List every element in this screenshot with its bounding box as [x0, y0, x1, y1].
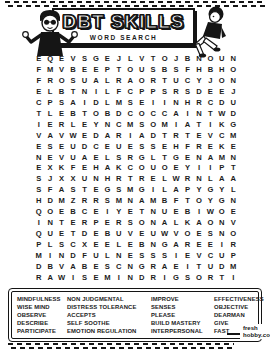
grid-cell[interactable]: R	[113, 130, 124, 141]
grid-cell[interactable]: H	[216, 64, 227, 75]
grid-cell[interactable]: I	[193, 206, 204, 217]
grid-cell[interactable]: S	[44, 141, 55, 152]
grid-cell[interactable]: A	[125, 75, 136, 86]
grid-cell[interactable]: G	[136, 261, 147, 272]
grid-cell[interactable]: L	[102, 152, 113, 163]
grid-cell[interactable]: Y	[90, 119, 101, 130]
grid-cell[interactable]: E	[79, 163, 90, 174]
grid-cell[interactable]: M	[113, 195, 124, 206]
grid-cell[interactable]: C	[67, 239, 78, 250]
grid-cell[interactable]: N	[193, 152, 204, 163]
grid-cell[interactable]: N	[228, 75, 239, 86]
grid-cell[interactable]: E	[136, 97, 147, 108]
grid-cell[interactable]: F	[79, 250, 90, 261]
grid-cell[interactable]: O	[193, 272, 204, 283]
grid-cell[interactable]: E	[56, 206, 67, 217]
grid-cell[interactable]: O	[90, 108, 101, 119]
grid-cell[interactable]: D	[136, 272, 147, 283]
grid-cell[interactable]: E	[44, 152, 55, 163]
grid-cell[interactable]: B	[136, 239, 147, 250]
grid-cell[interactable]: T	[33, 108, 44, 119]
grid-cell[interactable]: P	[136, 86, 147, 97]
grid-cell[interactable]: K	[182, 217, 193, 228]
grid-cell[interactable]: P	[44, 97, 55, 108]
grid-cell[interactable]: R	[193, 141, 204, 152]
grid-cell[interactable]: T	[136, 206, 147, 217]
grid-cell[interactable]: B	[102, 108, 113, 119]
grid-cell[interactable]: E	[216, 86, 227, 97]
grid-cell[interactable]: J	[170, 53, 181, 64]
grid-cell[interactable]: T	[193, 261, 204, 272]
grid-cell[interactable]: R	[136, 173, 147, 184]
grid-cell[interactable]: I	[67, 272, 78, 283]
grid-cell[interactable]: V	[56, 261, 67, 272]
grid-cell[interactable]: G	[216, 195, 227, 206]
grid-cell[interactable]: T	[159, 75, 170, 86]
grid-cell[interactable]: E	[79, 64, 90, 75]
grid-cell[interactable]: E	[56, 228, 67, 239]
grid-cell[interactable]: M	[228, 261, 239, 272]
grid-cell[interactable]: E	[228, 206, 239, 217]
grid-cell[interactable]: E	[102, 239, 113, 250]
grid-cell[interactable]: M	[216, 152, 227, 163]
grid-cell[interactable]: B	[79, 261, 90, 272]
grid-cell[interactable]: S	[136, 250, 147, 261]
grid-cell[interactable]: M	[228, 130, 239, 141]
grid-cell[interactable]: I	[228, 272, 239, 283]
grid-cell[interactable]: V	[56, 130, 67, 141]
grid-cell[interactable]: C	[90, 141, 101, 152]
grid-cell[interactable]: S	[136, 119, 147, 130]
grid-cell[interactable]: P	[33, 239, 44, 250]
grid-cell[interactable]: M	[44, 64, 55, 75]
grid-cell[interactable]: Y	[193, 184, 204, 195]
grid-cell[interactable]: C	[216, 130, 227, 141]
grid-cell[interactable]: U	[216, 250, 227, 261]
grid-cell[interactable]: E	[33, 86, 44, 97]
grid-cell[interactable]: S	[125, 97, 136, 108]
grid-cell[interactable]: I	[205, 119, 216, 130]
grid-cell[interactable]: E	[182, 152, 193, 163]
grid-cell[interactable]: Y	[182, 163, 193, 174]
grid-cell[interactable]: S	[113, 184, 124, 195]
grid-cell[interactable]: R	[113, 173, 124, 184]
grid-cell[interactable]: J	[113, 53, 124, 64]
grid-cell[interactable]: K	[56, 163, 67, 174]
grid-cell[interactable]: C	[205, 97, 216, 108]
grid-cell[interactable]: C	[113, 119, 124, 130]
grid-cell[interactable]: L	[113, 239, 124, 250]
grid-cell[interactable]: N	[170, 97, 181, 108]
grid-cell[interactable]: G	[170, 272, 181, 283]
grid-cell[interactable]: F	[113, 86, 124, 97]
grid-cell[interactable]: S	[159, 250, 170, 261]
grid-cell[interactable]: A	[159, 261, 170, 272]
grid-cell[interactable]: R	[125, 152, 136, 163]
grid-cell[interactable]: T	[79, 184, 90, 195]
grid-cell[interactable]: E	[33, 163, 44, 174]
grid-cell[interactable]: U	[79, 173, 90, 184]
grid-cell[interactable]: K	[216, 141, 227, 152]
grid-cell[interactable]: D	[44, 195, 55, 206]
grid-cell[interactable]: H	[170, 141, 181, 152]
grid-cell[interactable]: O	[136, 108, 147, 119]
grid-cell[interactable]: H	[193, 64, 204, 75]
grid-cell[interactable]: E	[33, 141, 44, 152]
grid-cell[interactable]: N	[125, 272, 136, 283]
grid-cell[interactable]: S	[147, 141, 158, 152]
grid-cell[interactable]: A	[170, 184, 181, 195]
grid-cell[interactable]: I	[159, 97, 170, 108]
grid-cell[interactable]: A	[170, 108, 181, 119]
grid-cell[interactable]: X	[79, 239, 90, 250]
grid-cell[interactable]: R	[44, 75, 55, 86]
grid-cell[interactable]: L	[170, 217, 181, 228]
grid-cell[interactable]: R	[193, 97, 204, 108]
grid-cell[interactable]: O	[205, 217, 216, 228]
grid-cell[interactable]: U	[90, 250, 101, 261]
grid-cell[interactable]: S	[159, 86, 170, 97]
grid-cell[interactable]: G	[136, 184, 147, 195]
grid-cell[interactable]: S	[125, 217, 136, 228]
grid-cell[interactable]: O	[136, 163, 147, 174]
grid-cell[interactable]: T	[228, 163, 239, 174]
grid-cell[interactable]: L	[44, 86, 55, 97]
grid-cell[interactable]: V	[205, 130, 216, 141]
grid-cell[interactable]: D	[216, 97, 227, 108]
grid-cell[interactable]: B	[67, 206, 78, 217]
grid-cell[interactable]: X	[56, 173, 67, 184]
grid-cell[interactable]: C	[113, 261, 124, 272]
grid-cell[interactable]: L	[205, 173, 216, 184]
grid-cell[interactable]: L	[102, 250, 113, 261]
grid-cell[interactable]: S	[33, 173, 44, 184]
grid-cell[interactable]: E	[136, 228, 147, 239]
grid-cell[interactable]: P	[228, 250, 239, 261]
grid-cell[interactable]: E	[56, 108, 67, 119]
grid-cell[interactable]: I	[102, 206, 113, 217]
grid-cell[interactable]: E	[125, 239, 136, 250]
grid-cell[interactable]: E	[147, 173, 158, 184]
grid-cell[interactable]: T	[193, 119, 204, 130]
grid-cell[interactable]: J	[44, 173, 55, 184]
grid-cell[interactable]: O	[56, 75, 67, 86]
grid-cell[interactable]: T	[182, 195, 193, 206]
grid-cell[interactable]: T	[159, 130, 170, 141]
grid-cell[interactable]: D	[79, 141, 90, 152]
grid-cell[interactable]: N	[125, 195, 136, 206]
grid-cell[interactable]: L	[125, 53, 136, 64]
grid-cell[interactable]: L	[102, 75, 113, 86]
grid-cell[interactable]: C	[182, 75, 193, 86]
grid-cell[interactable]: N	[44, 217, 55, 228]
grid-cell[interactable]: V	[136, 53, 147, 64]
grid-cell[interactable]: S	[205, 228, 216, 239]
grid-cell[interactable]: R	[182, 239, 193, 250]
grid-cell[interactable]: E	[170, 163, 181, 174]
grid-cell[interactable]: I	[44, 250, 55, 261]
grid-cell[interactable]: A	[136, 195, 147, 206]
grid-cell[interactable]: C	[205, 250, 216, 261]
grid-cell[interactable]: R	[90, 195, 101, 206]
grid-cell[interactable]: T	[125, 173, 136, 184]
grid-cell[interactable]: M	[125, 119, 136, 130]
grid-cell[interactable]: Q	[33, 206, 44, 217]
grid-cell[interactable]: E	[56, 141, 67, 152]
grid-cell[interactable]: A	[228, 173, 239, 184]
grid-cell[interactable]: G	[205, 184, 216, 195]
grid-cell[interactable]: O	[125, 64, 136, 75]
grid-cell[interactable]: M	[147, 195, 158, 206]
grid-cell[interactable]: E	[102, 53, 113, 64]
grid-cell[interactable]: D	[216, 261, 227, 272]
grid-cell[interactable]: S	[102, 261, 113, 272]
grid-cell[interactable]: N	[147, 239, 158, 250]
grid-cell[interactable]: F	[33, 75, 44, 86]
grid-cell[interactable]: X	[44, 163, 55, 174]
grid-cell[interactable]: N	[90, 173, 101, 184]
grid-cell[interactable]: V	[125, 228, 136, 239]
grid-cell[interactable]: Y	[193, 75, 204, 86]
grid-cell[interactable]: D	[147, 130, 158, 141]
grid-cell[interactable]: E	[90, 206, 101, 217]
grid-cell[interactable]: E	[125, 206, 136, 217]
grid-cell[interactable]: S	[182, 86, 193, 97]
grid-cell[interactable]: O	[216, 75, 227, 86]
grid-cell[interactable]: I	[170, 119, 181, 130]
grid-cell[interactable]: A	[90, 75, 101, 86]
grid-cell[interactable]: Y	[216, 184, 227, 195]
grid-cell[interactable]: E	[125, 250, 136, 261]
grid-cell[interactable]: U	[67, 152, 78, 163]
grid-cell[interactable]: E	[125, 141, 136, 152]
grid-cell[interactable]: U	[136, 64, 147, 75]
grid-cell[interactable]: R	[56, 119, 67, 130]
grid-cell[interactable]: V	[56, 152, 67, 163]
grid-cell[interactable]: S	[67, 75, 78, 86]
grid-cell[interactable]: W	[205, 206, 216, 217]
grid-cell[interactable]: S	[79, 53, 90, 64]
grid-cell[interactable]: U	[147, 163, 158, 174]
grid-cell[interactable]: M	[113, 97, 124, 108]
grid-cell[interactable]: G	[170, 152, 181, 163]
grid-cell[interactable]: I	[182, 261, 193, 272]
grid-cell[interactable]: B	[159, 64, 170, 75]
grid-cell[interactable]: C	[147, 108, 158, 119]
grid-cell[interactable]: A	[102, 163, 113, 174]
grid-cell[interactable]: E	[193, 228, 204, 239]
grid-cell[interactable]: V	[193, 250, 204, 261]
grid-cell[interactable]: F	[170, 195, 181, 206]
grid-cell[interactable]: C	[33, 97, 44, 108]
grid-cell[interactable]: D	[113, 108, 124, 119]
grid-cell[interactable]: W	[159, 228, 170, 239]
grid-cell[interactable]: O	[216, 206, 227, 217]
grid-cell[interactable]: O	[147, 119, 158, 130]
grid-cell[interactable]: E	[102, 217, 113, 228]
grid-cell[interactable]: I	[79, 97, 90, 108]
grid-cell[interactable]: V	[228, 217, 239, 228]
grid-cell[interactable]: A	[170, 239, 181, 250]
grid-cell[interactable]: A	[102, 130, 113, 141]
grid-cell[interactable]: E	[193, 239, 204, 250]
grid-cell[interactable]: B	[205, 64, 216, 75]
grid-cell[interactable]: E	[182, 250, 193, 261]
grid-cell[interactable]: U	[44, 228, 55, 239]
grid-cell[interactable]: R	[228, 239, 239, 250]
grid-cell[interactable]: S	[102, 195, 113, 206]
grid-cell[interactable]: I	[113, 272, 124, 283]
grid-cell[interactable]: B	[159, 195, 170, 206]
grid-cell[interactable]: I	[90, 86, 101, 97]
grid-cell[interactable]: G	[102, 184, 113, 195]
grid-cell[interactable]: D	[90, 130, 101, 141]
grid-cell[interactable]: L	[102, 86, 113, 97]
grid-cell[interactable]: L	[44, 108, 55, 119]
grid-cell[interactable]: C	[125, 163, 136, 174]
grid-cell[interactable]: F	[33, 64, 44, 75]
grid-cell[interactable]: D	[79, 228, 90, 239]
grid-cell[interactable]: A	[205, 152, 216, 163]
grid-cell[interactable]: O	[136, 217, 147, 228]
grid-cell[interactable]: A	[67, 97, 78, 108]
grid-cell[interactable]: N	[228, 152, 239, 163]
grid-cell[interactable]: A	[216, 173, 227, 184]
grid-cell[interactable]: O	[193, 195, 204, 206]
grid-cell[interactable]: O	[228, 64, 239, 75]
grid-cell[interactable]: J	[228, 86, 239, 97]
grid-cell[interactable]: R	[79, 217, 90, 228]
grid-cell[interactable]: S	[170, 64, 181, 75]
grid-cell[interactable]: C	[159, 108, 170, 119]
grid-cell[interactable]: A	[136, 130, 147, 141]
grid-cell[interactable]: B	[67, 64, 78, 75]
grid-cell[interactable]: N	[113, 250, 124, 261]
grid-cell[interactable]: M	[33, 250, 44, 261]
grid-cell[interactable]: A	[44, 130, 55, 141]
grid-cell[interactable]: Y	[205, 195, 216, 206]
grid-cell[interactable]: D	[33, 261, 44, 272]
grid-cell[interactable]: E	[90, 64, 101, 75]
grid-cell[interactable]: A	[193, 217, 204, 228]
grid-cell[interactable]: N	[193, 173, 204, 184]
grid-cell[interactable]: E	[205, 141, 216, 152]
grid-cell[interactable]: S	[147, 250, 158, 261]
grid-cell[interactable]: C	[125, 86, 136, 97]
grid-cell[interactable]: T	[182, 130, 193, 141]
grid-cell[interactable]: U	[67, 141, 78, 152]
grid-cell[interactable]: O	[159, 163, 170, 174]
grid-cell[interactable]: E	[159, 141, 170, 152]
grid-cell[interactable]: H	[90, 163, 101, 174]
grid-cell[interactable]: I	[125, 130, 136, 141]
grid-cell[interactable]: F	[182, 141, 193, 152]
grid-cell[interactable]: U	[170, 75, 181, 86]
grid-cell[interactable]: B	[67, 108, 78, 119]
grid-cell[interactable]: M	[102, 272, 113, 283]
grid-cell[interactable]: D	[90, 97, 101, 108]
grid-cell[interactable]: N	[33, 152, 44, 163]
grid-cell[interactable]: N	[125, 261, 136, 272]
grid-cell[interactable]: B	[182, 206, 193, 217]
grid-cell[interactable]: N	[147, 206, 158, 217]
grid-cell[interactable]: G	[90, 53, 101, 64]
grid-cell[interactable]: P	[216, 163, 227, 174]
grid-cell[interactable]: T	[147, 53, 158, 64]
grid-cell[interactable]: F	[44, 184, 55, 195]
grid-cell[interactable]: D	[67, 250, 78, 261]
grid-cell[interactable]: N	[56, 250, 67, 261]
grid-cell[interactable]: E	[90, 152, 101, 163]
grid-cell[interactable]: F	[67, 163, 78, 174]
grid-cell[interactable]: D	[193, 86, 204, 97]
grid-cell[interactable]: Q	[33, 228, 44, 239]
grid-cell[interactable]: N	[102, 119, 113, 130]
grid-cell[interactable]: E	[79, 130, 90, 141]
grid-cell[interactable]: E	[170, 261, 181, 272]
grid-cell[interactable]: U	[228, 97, 239, 108]
grid-cell[interactable]: W	[216, 108, 227, 119]
grid-cell[interactable]: U	[79, 75, 90, 86]
grid-cell[interactable]: L	[102, 97, 113, 108]
grid-cell[interactable]: N	[193, 108, 204, 119]
grid-cell[interactable]: V	[170, 228, 181, 239]
grid-cell[interactable]: L	[147, 152, 158, 163]
grid-cell[interactable]: W	[56, 272, 67, 283]
grid-cell[interactable]: M	[159, 119, 170, 130]
grid-cell[interactable]: E	[67, 217, 78, 228]
grid-cell[interactable]: K	[216, 119, 227, 130]
grid-cell[interactable]: L	[228, 184, 239, 195]
grid-cell[interactable]: I	[205, 163, 216, 174]
grid-cell[interactable]: B	[102, 228, 113, 239]
grid-cell[interactable]: E	[90, 261, 101, 272]
grid-cell[interactable]: L	[44, 239, 55, 250]
grid-cell[interactable]: X	[67, 173, 78, 184]
grid-cell[interactable]: E	[90, 272, 101, 283]
grid-cell[interactable]: U	[159, 206, 170, 217]
grid-cell[interactable]: L	[159, 173, 170, 184]
grid-cell[interactable]: R	[113, 75, 124, 86]
grid-cell[interactable]: E	[228, 141, 239, 152]
grid-cell[interactable]: G	[228, 119, 239, 130]
grid-cell[interactable]: B	[56, 86, 67, 97]
grid-cell[interactable]: E	[90, 228, 101, 239]
grid-cell[interactable]: S	[56, 97, 67, 108]
grid-cell[interactable]: U	[113, 228, 124, 239]
grid-cell[interactable]: Y	[113, 206, 124, 217]
grid-cell[interactable]: I	[33, 119, 44, 130]
grid-cell[interactable]: E	[193, 130, 204, 141]
grid-cell[interactable]: D	[228, 108, 239, 119]
grid-cell[interactable]: R	[182, 173, 193, 184]
grid-cell[interactable]: U	[113, 141, 124, 152]
grid-cell[interactable]: U	[205, 261, 216, 272]
grid-cell[interactable]: S	[67, 184, 78, 195]
grid-cell[interactable]: R	[205, 272, 216, 283]
grid-cell[interactable]: O	[159, 53, 170, 64]
grid-cell[interactable]: P	[147, 86, 158, 97]
grid-cell[interactable]: C	[79, 206, 90, 217]
grid-cell[interactable]: I	[170, 250, 181, 261]
grid-cell[interactable]: P	[182, 184, 193, 195]
grid-cell[interactable]: E	[44, 119, 55, 130]
grid-cell[interactable]: T	[67, 228, 78, 239]
grid-cell[interactable]: R	[33, 272, 44, 283]
grid-cell[interactable]: N	[79, 86, 90, 97]
grid-cell[interactable]: O	[182, 228, 193, 239]
grid-cell[interactable]: G	[136, 152, 147, 163]
